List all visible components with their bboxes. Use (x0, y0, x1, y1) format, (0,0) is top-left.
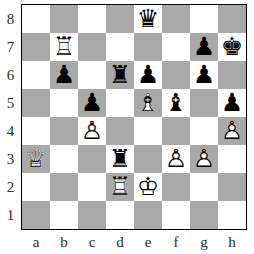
square-f6[interactable] (162, 61, 190, 89)
square-f2[interactable] (162, 173, 190, 201)
square-h8[interactable] (218, 5, 246, 33)
square-g8[interactable] (190, 5, 218, 33)
square-h2[interactable] (218, 173, 246, 201)
file-label-g: g (190, 231, 218, 253)
piece-white-pawn-c4: ♟♙ (78, 117, 106, 145)
piece-black-bishop-f5: ♝ (162, 89, 190, 117)
file-label-a: a (22, 231, 50, 253)
rank-label-1: 1 (0, 201, 21, 229)
black-rook-glyph: ♜ (106, 61, 134, 89)
black-pawn-glyph: ♟ (78, 89, 106, 117)
square-c5[interactable]: ♟ (78, 89, 106, 117)
square-c3[interactable] (78, 145, 106, 173)
white-pawn-glyph: ♙ (190, 145, 218, 173)
square-f3[interactable]: ♟♙ (162, 145, 190, 173)
white-pawn-glyph: ♙ (162, 145, 190, 173)
white-queen-glyph: ♕ (22, 145, 50, 173)
square-e3[interactable] (134, 145, 162, 173)
piece-white-queen-a3: ♛♕ (22, 145, 50, 173)
black-pawn-glyph: ♟ (134, 61, 162, 89)
square-b4[interactable] (50, 117, 78, 145)
piece-black-pawn-b6: ♟ (50, 61, 78, 89)
piece-black-pawn-c5: ♟ (78, 89, 106, 117)
square-c2[interactable] (78, 173, 106, 201)
square-b2[interactable] (50, 173, 78, 201)
square-h3[interactable] (218, 145, 246, 173)
file-label-c: c (78, 231, 106, 253)
square-h7[interactable]: ♚ (218, 33, 246, 61)
square-b1[interactable] (50, 201, 78, 229)
piece-white-pawn-f3: ♟♙ (162, 145, 190, 173)
piece-white-pawn-g3: ♟♙ (190, 145, 218, 173)
square-g1[interactable] (190, 201, 218, 229)
square-g6[interactable]: ♟ (190, 61, 218, 89)
white-pawn-glyph: ♙ (218, 117, 246, 145)
piece-white-rook-d2: ♜♖ (106, 173, 134, 201)
square-h6[interactable] (218, 61, 246, 89)
black-pawn-glyph: ♟ (50, 61, 78, 89)
piece-black-pawn-g7: ♟ (190, 33, 218, 61)
piece-black-queen-e8: ♛ (134, 5, 162, 33)
square-d6[interactable]: ♜ (106, 61, 134, 89)
file-label-b: b (50, 231, 78, 253)
square-f7[interactable] (162, 33, 190, 61)
square-f1[interactable] (162, 201, 190, 229)
square-h4[interactable]: ♟♙ (218, 117, 246, 145)
square-c8[interactable] (78, 5, 106, 33)
rank-label-7: 7 (0, 33, 21, 61)
square-d7[interactable] (106, 33, 134, 61)
piece-black-rook-d6: ♜ (106, 61, 134, 89)
square-e6[interactable]: ♟ (134, 61, 162, 89)
square-a1[interactable] (22, 201, 50, 229)
square-d1[interactable] (106, 201, 134, 229)
piece-black-pawn-e6: ♟ (134, 61, 162, 89)
black-king-glyph: ♚ (218, 33, 246, 61)
square-e8[interactable]: ♛ (134, 5, 162, 33)
file-label-e: e (134, 231, 162, 253)
file-label-h: h (218, 231, 246, 253)
square-a4[interactable] (22, 117, 50, 145)
white-pawn-glyph: ♙ (78, 117, 106, 145)
square-b6[interactable]: ♟ (50, 61, 78, 89)
square-b3[interactable] (50, 145, 78, 173)
rank-labels: 87654321 (0, 5, 21, 229)
square-b7[interactable]: ♜♖ (50, 33, 78, 61)
white-king-glyph: ♔ (134, 173, 162, 201)
square-a7[interactable] (22, 33, 50, 61)
file-label-f: f (162, 231, 190, 253)
square-f8[interactable] (162, 5, 190, 33)
square-f4[interactable] (162, 117, 190, 145)
rank-label-8: 8 (0, 5, 21, 33)
piece-white-pawn-h4: ♟♙ (218, 117, 246, 145)
square-f5[interactable]: ♝ (162, 89, 190, 117)
white-bishop-glyph: ♗ (134, 89, 162, 117)
square-h1[interactable] (218, 201, 246, 229)
rank-label-6: 6 (0, 61, 21, 89)
square-d4[interactable] (106, 117, 134, 145)
black-bishop-glyph: ♝ (162, 89, 190, 117)
piece-white-king-e2: ♚♔ (134, 173, 162, 201)
file-label-d: d (106, 231, 134, 253)
black-pawn-glyph: ♟ (218, 89, 246, 117)
square-e5[interactable]: ♝♗ (134, 89, 162, 117)
square-e7[interactable] (134, 33, 162, 61)
chess-diagram: 87654321 ♛♜♖♟♚♟♜♟♟♟♝♗♝♟♟♙♟♙♛♕♜♟♙♟♙♜♖♚♔ a… (0, 0, 254, 254)
square-a5[interactable] (22, 89, 50, 117)
square-e4[interactable] (134, 117, 162, 145)
square-d3[interactable]: ♜ (106, 145, 134, 173)
file-labels: abcdefgh (22, 231, 246, 253)
rank-label-2: 2 (0, 173, 21, 201)
square-e1[interactable] (134, 201, 162, 229)
piece-white-rook-b7: ♜♖ (50, 33, 78, 61)
chess-board: ♛♜♖♟♚♟♜♟♟♟♝♗♝♟♟♙♟♙♛♕♜♟♙♟♙♜♖♚♔ (22, 5, 246, 229)
square-c7[interactable] (78, 33, 106, 61)
square-d2[interactable]: ♜♖ (106, 173, 134, 201)
piece-white-bishop-e5: ♝♗ (134, 89, 162, 117)
square-d5[interactable] (106, 89, 134, 117)
black-rook-glyph: ♜ (106, 145, 134, 173)
square-c1[interactable] (78, 201, 106, 229)
piece-black-king-h7: ♚ (218, 33, 246, 61)
square-g5[interactable] (190, 89, 218, 117)
black-pawn-glyph: ♟ (190, 33, 218, 61)
square-g3[interactable]: ♟♙ (190, 145, 218, 173)
rank-label-5: 5 (0, 89, 21, 117)
piece-black-pawn-h5: ♟ (218, 89, 246, 117)
square-c6[interactable] (78, 61, 106, 89)
square-a6[interactable] (22, 61, 50, 89)
square-c4[interactable]: ♟♙ (78, 117, 106, 145)
black-queen-glyph: ♛ (134, 5, 162, 33)
square-a3[interactable]: ♛♕ (22, 145, 50, 173)
square-g7[interactable]: ♟ (190, 33, 218, 61)
square-b5[interactable] (50, 89, 78, 117)
square-e2[interactable]: ♚♔ (134, 173, 162, 201)
square-g2[interactable] (190, 173, 218, 201)
rank-label-3: 3 (0, 145, 21, 173)
piece-black-rook-d3: ♜ (106, 145, 134, 173)
square-g4[interactable] (190, 117, 218, 145)
square-h5[interactable]: ♟ (218, 89, 246, 117)
square-b8[interactable] (50, 5, 78, 33)
white-rook-glyph: ♖ (50, 33, 78, 61)
square-d8[interactable] (106, 5, 134, 33)
rank-label-4: 4 (0, 117, 21, 145)
square-a8[interactable] (22, 5, 50, 33)
square-a2[interactable] (22, 173, 50, 201)
piece-black-pawn-g6: ♟ (190, 61, 218, 89)
white-rook-glyph: ♖ (106, 173, 134, 201)
black-pawn-glyph: ♟ (190, 61, 218, 89)
